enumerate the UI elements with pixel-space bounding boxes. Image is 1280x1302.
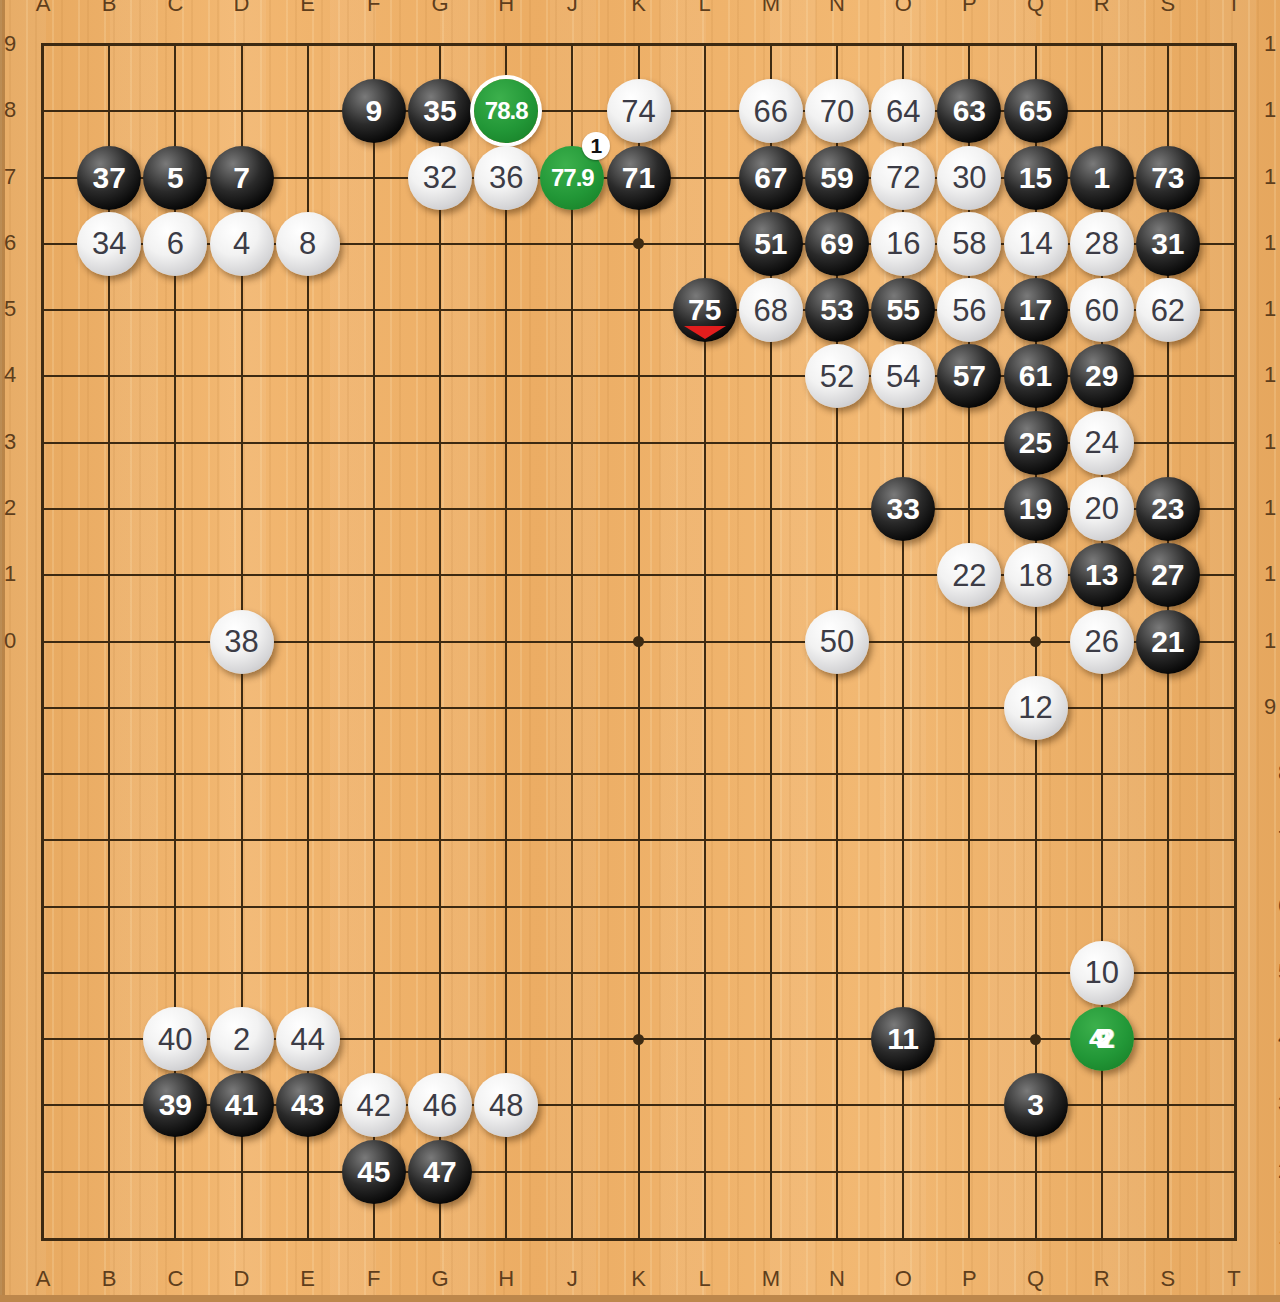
star-point xyxy=(633,636,644,647)
stone-number: 54 xyxy=(886,361,920,392)
stone-number: 55 xyxy=(887,295,920,325)
stone-number: 48 xyxy=(489,1090,523,1121)
row-label-right: 1 xyxy=(1275,1224,1280,1250)
stone-Q15[interactable]: 17 xyxy=(1004,278,1068,342)
stone-E3[interactable]: 43 xyxy=(276,1073,340,1137)
column-label-bottom: J xyxy=(552,1266,592,1292)
stone-R5[interactable]: 10 xyxy=(1070,941,1134,1005)
grid-line-horizontal xyxy=(43,1171,1234,1173)
stone-number: 47 xyxy=(423,1157,456,1187)
stone-number: 73 xyxy=(1151,163,1184,193)
row-label-right: 3 xyxy=(1275,1091,1280,1117)
stone-R16[interactable]: 28 xyxy=(1070,212,1134,276)
stone-M18[interactable]: 66 xyxy=(739,79,803,143)
stone-number: 57 xyxy=(953,361,986,391)
stone-number: 14 xyxy=(1018,228,1052,259)
column-label-top: C xyxy=(155,0,195,17)
column-label-top: K xyxy=(619,0,659,17)
stone-number: 74 xyxy=(621,96,655,127)
stone-D4[interactable]: 2 xyxy=(210,1007,274,1071)
stone-R12[interactable]: 20 xyxy=(1070,477,1134,541)
column-label-bottom: R xyxy=(1082,1266,1122,1292)
column-label-top: H xyxy=(486,0,526,17)
column-label-top: E xyxy=(288,0,328,17)
stone-number: 36 xyxy=(489,162,523,193)
stone-B16[interactable]: 34 xyxy=(77,212,141,276)
row-label-left: 6 xyxy=(1,230,19,256)
stone-number: 19 xyxy=(1019,494,1052,524)
column-label-top: R xyxy=(1082,0,1122,17)
row-label-right: 1 xyxy=(1261,230,1279,256)
star-point xyxy=(1030,1034,1041,1045)
stone-number: 49.2 xyxy=(1089,1026,1115,1053)
stone-number: 62 xyxy=(1151,295,1185,326)
stone-Q9[interactable]: 12 xyxy=(1004,676,1068,740)
column-label-top: A xyxy=(23,0,63,17)
stone-number: 37 xyxy=(92,163,125,193)
stone-number: 35 xyxy=(423,96,456,126)
stone-D17[interactable]: 7 xyxy=(210,146,274,210)
stone-M17[interactable]: 67 xyxy=(739,146,803,210)
stone-number: 12 xyxy=(1018,692,1052,723)
stone-S12[interactable]: 23 xyxy=(1136,477,1200,541)
row-label-right: 1 xyxy=(1261,628,1279,654)
row-label-right: 1 xyxy=(1261,97,1279,123)
stone-number: 18 xyxy=(1018,560,1052,591)
grid-line-horizontal xyxy=(43,839,1234,841)
stone-Q18[interactable]: 65 xyxy=(1004,79,1068,143)
stone-F3[interactable]: 42 xyxy=(342,1073,406,1137)
stone-E16[interactable]: 8 xyxy=(276,212,340,276)
row-label-right: 8 xyxy=(1275,760,1280,786)
column-label-bottom: E xyxy=(288,1266,328,1292)
column-label-bottom: P xyxy=(949,1266,989,1292)
column-label-bottom: T xyxy=(1214,1266,1254,1292)
column-label-bottom: M xyxy=(751,1266,791,1292)
row-label-left: 5 xyxy=(1,296,19,322)
row-label-right: 1 xyxy=(1261,561,1279,587)
column-label-bottom: O xyxy=(883,1266,923,1292)
stone-Q14[interactable]: 61 xyxy=(1004,344,1068,408)
stone-O12[interactable]: 33 xyxy=(871,477,935,541)
row-label-left: 7 xyxy=(1,164,19,190)
column-label-top: B xyxy=(89,0,129,17)
row-label-right: 5 xyxy=(1275,959,1280,985)
stone-number: 40 xyxy=(158,1024,192,1055)
stone-number: 33 xyxy=(887,494,920,524)
row-label-right: 6 xyxy=(1275,893,1280,919)
stone-number: 46 xyxy=(423,1090,457,1121)
column-label-bottom: C xyxy=(155,1266,195,1292)
row-label-right: 1 xyxy=(1261,31,1279,57)
row-label-left: 2 xyxy=(1,495,19,521)
column-label-bottom: N xyxy=(817,1266,857,1292)
stone-number: 7 xyxy=(233,163,250,193)
star-point xyxy=(633,1034,644,1045)
star-point xyxy=(1030,636,1041,647)
column-label-top: J xyxy=(552,0,592,17)
stone-number: 31 xyxy=(1151,229,1184,259)
stone-number: 68 xyxy=(754,295,788,326)
stone-number: 69 xyxy=(820,229,853,259)
stone-number: 10 xyxy=(1084,957,1118,988)
column-label-top: G xyxy=(420,0,460,17)
stone-number: 50 xyxy=(820,626,854,657)
row-label-left: 8 xyxy=(1,97,19,123)
column-label-bottom: S xyxy=(1148,1266,1188,1292)
stone-H17[interactable]: 36 xyxy=(474,146,538,210)
row-label-left: 1 xyxy=(1,561,19,587)
column-label-bottom: H xyxy=(486,1266,526,1292)
stone-R17[interactable]: 1 xyxy=(1070,146,1134,210)
column-label-top: F xyxy=(354,0,394,17)
row-label-right: 4 xyxy=(1275,1025,1280,1051)
column-label-bottom: F xyxy=(354,1266,394,1292)
stone-number: 39 xyxy=(159,1090,192,1120)
stone-R14[interactable]: 29 xyxy=(1070,344,1134,408)
stone-number: 27 xyxy=(1151,560,1184,590)
grid-line-horizontal xyxy=(43,773,1234,775)
stone-number: 13 xyxy=(1085,560,1118,590)
stone-number: 28 xyxy=(1084,228,1118,259)
stone-number: 51 xyxy=(754,229,787,259)
stone-number: 29 xyxy=(1085,361,1118,391)
stone-number: 24 xyxy=(1084,427,1118,458)
row-label-left: 0 xyxy=(1,628,19,654)
stone-number: 70 xyxy=(820,96,854,127)
stone-O16[interactable]: 16 xyxy=(871,212,935,276)
stone-H18-ai[interactable]: 78.8 xyxy=(474,79,538,143)
row-label-left: 4 xyxy=(1,362,19,388)
stone-number: 77.9 xyxy=(551,166,594,190)
stone-number: 61 xyxy=(1019,361,1052,391)
stone-L15[interactable]: 75 xyxy=(673,278,737,342)
go-board[interactable]: AABBCCDDEEFFGGHHJJKKLLMMNNOOPPQQRRSSTT91… xyxy=(0,0,1280,1302)
column-label-top: O xyxy=(883,0,923,17)
stone-number: 21 xyxy=(1151,627,1184,657)
stone-R15[interactable]: 60 xyxy=(1070,278,1134,342)
stone-C16[interactable]: 6 xyxy=(143,212,207,276)
stone-number: 34 xyxy=(92,228,126,259)
column-label-top: P xyxy=(949,0,989,17)
stone-number: 22 xyxy=(952,560,986,591)
stone-number: 20 xyxy=(1084,493,1118,524)
stone-Q12[interactable]: 19 xyxy=(1004,477,1068,541)
stone-N14[interactable]: 52 xyxy=(805,344,869,408)
stone-Q16[interactable]: 14 xyxy=(1004,212,1068,276)
stone-number: 52 xyxy=(820,361,854,392)
stone-N10[interactable]: 50 xyxy=(805,610,869,674)
stone-number: 66 xyxy=(754,96,788,127)
row-label-right: 1 xyxy=(1261,495,1279,521)
stone-B17[interactable]: 37 xyxy=(77,146,141,210)
stone-M16[interactable]: 51 xyxy=(739,212,803,276)
stone-number: 72 xyxy=(886,162,920,193)
stone-R10[interactable]: 26 xyxy=(1070,610,1134,674)
stone-number: 17 xyxy=(1019,295,1052,325)
board-bottom-edge-strip xyxy=(0,1295,1280,1302)
stone-number: 42 xyxy=(357,1090,391,1121)
stone-O15[interactable]: 55 xyxy=(871,278,935,342)
stone-E4[interactable]: 44 xyxy=(276,1007,340,1071)
stone-N15[interactable]: 53 xyxy=(805,278,869,342)
grid-line-horizontal xyxy=(43,906,1234,908)
column-label-top: L xyxy=(685,0,725,17)
stone-number: 71 xyxy=(622,163,655,193)
stone-number: 56 xyxy=(952,295,986,326)
stone-number: 30 xyxy=(952,162,986,193)
stone-number: 23 xyxy=(1151,494,1184,524)
stone-number: 75 xyxy=(688,295,721,325)
stone-F2[interactable]: 45 xyxy=(342,1140,406,1204)
stone-Q13[interactable]: 25 xyxy=(1004,411,1068,475)
column-label-top: Q xyxy=(1016,0,1056,17)
stone-G2[interactable]: 47 xyxy=(408,1140,472,1204)
stone-number: 64 xyxy=(886,96,920,127)
stone-number: 44 xyxy=(290,1024,324,1055)
stone-number: 6 xyxy=(167,228,184,259)
stone-number: 5 xyxy=(167,163,184,193)
last-move-red-triangle-marker xyxy=(684,326,726,339)
row-label-right: 1 xyxy=(1261,296,1279,322)
column-label-bottom: D xyxy=(222,1266,262,1292)
stone-number: 45 xyxy=(357,1157,390,1187)
stone-number: 4 xyxy=(233,228,250,259)
stone-number: 59 xyxy=(820,163,853,193)
row-label-right: 1 xyxy=(1261,362,1279,388)
stone-number: 38 xyxy=(224,626,258,657)
row-label-right: 1 xyxy=(1261,164,1279,190)
column-label-top: T xyxy=(1214,0,1254,17)
stone-D16[interactable]: 4 xyxy=(210,212,274,276)
row-label-right: 2 xyxy=(1275,1158,1280,1184)
stone-N16[interactable]: 69 xyxy=(805,212,869,276)
stone-P17[interactable]: 30 xyxy=(937,146,1001,210)
stone-K18[interactable]: 74 xyxy=(607,79,671,143)
column-label-bottom: B xyxy=(89,1266,129,1292)
stone-N17[interactable]: 59 xyxy=(805,146,869,210)
stone-number: 78.8 xyxy=(485,99,528,123)
stone-G18[interactable]: 35 xyxy=(408,79,472,143)
stone-S17[interactable]: 73 xyxy=(1136,146,1200,210)
stone-number: 3 xyxy=(1027,1090,1044,1120)
stone-P16[interactable]: 58 xyxy=(937,212,1001,276)
stone-S10[interactable]: 21 xyxy=(1136,610,1200,674)
stone-G17[interactable]: 32 xyxy=(408,146,472,210)
stone-M15[interactable]: 68 xyxy=(739,278,803,342)
stone-Q17[interactable]: 15 xyxy=(1004,146,1068,210)
column-label-top: D xyxy=(222,0,262,17)
column-label-bottom: K xyxy=(619,1266,659,1292)
row-label-right: 9 xyxy=(1261,694,1279,720)
row-label-right: 7 xyxy=(1275,826,1280,852)
stone-number: 25 xyxy=(1019,428,1052,458)
stone-number: 32 xyxy=(423,162,457,193)
column-label-bottom: G xyxy=(420,1266,460,1292)
stone-R11[interactable]: 13 xyxy=(1070,543,1134,607)
stone-number: 63 xyxy=(953,96,986,126)
grid-line-vertical xyxy=(704,45,706,1238)
stone-number: 11 xyxy=(887,1024,919,1054)
stone-Q11[interactable]: 18 xyxy=(1004,543,1068,607)
stone-number: 26 xyxy=(1084,626,1118,657)
stone-C17[interactable]: 5 xyxy=(143,146,207,210)
column-label-top: N xyxy=(817,0,857,17)
stone-R13[interactable]: 24 xyxy=(1070,411,1134,475)
stone-J17-ai[interactable]: 77.91 xyxy=(540,146,604,210)
stone-number: 65 xyxy=(1019,96,1052,126)
stone-number: 15 xyxy=(1019,163,1052,193)
stone-D3[interactable]: 41 xyxy=(210,1073,274,1137)
stone-S16[interactable]: 31 xyxy=(1136,212,1200,276)
row-label-left: 3 xyxy=(1,429,19,455)
column-label-bottom: L xyxy=(685,1266,725,1292)
stone-D10[interactable]: 38 xyxy=(210,610,274,674)
stone-number: 60 xyxy=(1084,295,1118,326)
stone-F18[interactable]: 9 xyxy=(342,79,406,143)
stone-number: 9 xyxy=(366,96,383,126)
column-label-bottom: A xyxy=(23,1266,63,1292)
stone-number: 43 xyxy=(291,1090,324,1120)
stone-number: 2 xyxy=(233,1024,250,1055)
column-label-top: S xyxy=(1148,0,1188,17)
variation-badge: 1 xyxy=(582,132,610,160)
stone-number: 8 xyxy=(299,228,316,259)
stone-number: 1 xyxy=(1093,163,1110,193)
stone-number: 41 xyxy=(225,1090,258,1120)
row-label-right: 1 xyxy=(1261,429,1279,455)
stone-R4-ai[interactable]: 49.2 xyxy=(1070,1007,1134,1071)
stone-number: 67 xyxy=(754,163,787,193)
grid-line-horizontal xyxy=(43,972,1234,974)
column-label-top: M xyxy=(751,0,791,17)
row-label-left: 9 xyxy=(1,31,19,57)
stone-Q3[interactable]: 3 xyxy=(1004,1073,1068,1137)
stone-N18[interactable]: 70 xyxy=(805,79,869,143)
column-label-bottom: Q xyxy=(1016,1266,1056,1292)
stone-number: 53 xyxy=(820,295,853,325)
stone-O4[interactable]: 11 xyxy=(871,1007,935,1071)
stone-K17[interactable]: 71 xyxy=(607,146,671,210)
stone-S15[interactable]: 62 xyxy=(1136,278,1200,342)
stone-S11[interactable]: 27 xyxy=(1136,543,1200,607)
stone-number: 16 xyxy=(886,228,920,259)
stone-O18[interactable]: 64 xyxy=(871,79,935,143)
stone-O17[interactable]: 72 xyxy=(871,146,935,210)
stone-number: 58 xyxy=(952,228,986,259)
